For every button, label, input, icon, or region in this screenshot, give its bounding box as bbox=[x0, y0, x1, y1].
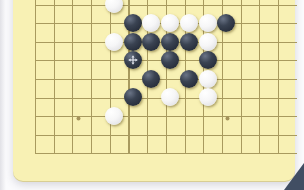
white-stone bbox=[199, 88, 217, 106]
star-point bbox=[226, 116, 230, 120]
white-stone bbox=[105, 107, 123, 125]
white-stone bbox=[161, 14, 179, 32]
black-stone bbox=[124, 33, 142, 51]
black-stone bbox=[180, 70, 198, 88]
white-stone bbox=[180, 14, 198, 32]
black-stone bbox=[142, 33, 160, 51]
app-screen bbox=[0, 0, 304, 190]
star-point bbox=[76, 116, 80, 120]
black-stone bbox=[124, 88, 142, 106]
white-stone bbox=[199, 33, 217, 51]
last-move-marker-icon bbox=[128, 55, 138, 65]
black-stone bbox=[124, 51, 142, 69]
black-stone bbox=[124, 14, 142, 32]
black-stone bbox=[199, 51, 217, 69]
black-stone bbox=[180, 33, 198, 51]
white-stone bbox=[199, 14, 217, 32]
white-stone bbox=[105, 33, 123, 51]
white-stone bbox=[199, 70, 217, 88]
black-stone bbox=[161, 33, 179, 51]
